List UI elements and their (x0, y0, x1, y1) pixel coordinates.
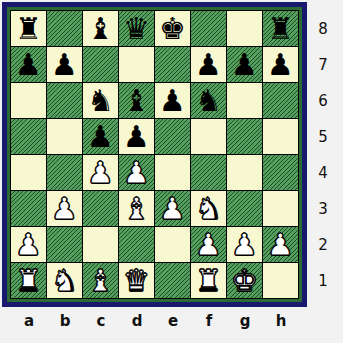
chess-board-frame: ♜♝♛♚♜♟♟♟♟♟♞♝♟♞♟♟♟♟♟♝♟♞♟♟♟♟♜♞♝♛♜♚ (2, 2, 307, 307)
square-g7[interactable]: ♟ (227, 47, 262, 82)
square-e5[interactable] (155, 119, 190, 154)
square-b8[interactable] (47, 11, 82, 46)
piece-black-king: ♚ (159, 14, 186, 44)
piece-white-pawn: ♟ (87, 158, 114, 188)
square-b7[interactable]: ♟ (47, 47, 82, 82)
square-g4[interactable] (227, 155, 262, 190)
rank-label-4: 4 (310, 155, 336, 191)
rank-label-7: 7 (310, 47, 336, 83)
square-f2[interactable]: ♟ (191, 227, 226, 262)
square-a7[interactable]: ♟ (11, 47, 46, 82)
rank-label-5: 5 (310, 119, 336, 155)
file-label-a: a (11, 312, 47, 330)
square-h5[interactable] (263, 119, 298, 154)
piece-white-pawn: ♟ (123, 158, 150, 188)
rank-label-3: 3 (310, 191, 336, 227)
square-g2[interactable]: ♟ (227, 227, 262, 262)
file-label-d: d (119, 312, 155, 330)
square-c4[interactable]: ♟ (83, 155, 118, 190)
square-d5[interactable]: ♟ (119, 119, 154, 154)
piece-white-queen: ♛ (123, 266, 150, 296)
square-b6[interactable] (47, 83, 82, 118)
square-c8[interactable]: ♝ (83, 11, 118, 46)
piece-black-bishop: ♝ (87, 14, 114, 44)
square-b5[interactable] (47, 119, 82, 154)
square-e3[interactable]: ♟ (155, 191, 190, 226)
square-a2[interactable]: ♟ (11, 227, 46, 262)
piece-black-pawn: ♟ (267, 50, 294, 80)
square-d3[interactable]: ♝ (119, 191, 154, 226)
piece-black-pawn: ♟ (195, 50, 222, 80)
square-d1[interactable]: ♛ (119, 263, 154, 298)
chess-board: ♜♝♛♚♜♟♟♟♟♟♞♝♟♞♟♟♟♟♟♝♟♞♟♟♟♟♜♞♝♛♜♚ (10, 10, 299, 299)
square-c7[interactable] (83, 47, 118, 82)
piece-black-pawn: ♟ (87, 122, 114, 152)
square-a8[interactable]: ♜ (11, 11, 46, 46)
piece-black-pawn: ♟ (51, 50, 78, 80)
piece-black-pawn: ♟ (231, 50, 258, 80)
square-b3[interactable]: ♟ (47, 191, 82, 226)
rank-label-2: 2 (310, 227, 336, 263)
square-b4[interactable] (47, 155, 82, 190)
square-f7[interactable]: ♟ (191, 47, 226, 82)
file-label-b: b (47, 312, 83, 330)
rank-label-1: 1 (310, 263, 336, 299)
square-b2[interactable] (47, 227, 82, 262)
square-c2[interactable] (83, 227, 118, 262)
piece-black-pawn: ♟ (123, 122, 150, 152)
square-e8[interactable]: ♚ (155, 11, 190, 46)
square-f6[interactable]: ♞ (191, 83, 226, 118)
piece-white-rook: ♜ (15, 266, 42, 296)
square-c5[interactable]: ♟ (83, 119, 118, 154)
square-a6[interactable] (11, 83, 46, 118)
piece-white-pawn: ♟ (267, 230, 294, 260)
square-d2[interactable] (119, 227, 154, 262)
piece-white-rook: ♜ (195, 266, 222, 296)
square-g8[interactable] (227, 11, 262, 46)
piece-black-rook: ♜ (267, 14, 294, 44)
piece-white-king: ♚ (231, 266, 258, 296)
file-label-c: c (83, 312, 119, 330)
square-g6[interactable] (227, 83, 262, 118)
piece-white-pawn: ♟ (231, 230, 258, 260)
piece-black-pawn: ♟ (15, 50, 42, 80)
square-h4[interactable] (263, 155, 298, 190)
square-g5[interactable] (227, 119, 262, 154)
piece-white-bishop: ♝ (123, 194, 150, 224)
square-f3[interactable]: ♞ (191, 191, 226, 226)
rank-label-6: 6 (310, 83, 336, 119)
square-e2[interactable] (155, 227, 190, 262)
square-c6[interactable]: ♞ (83, 83, 118, 118)
piece-white-knight: ♞ (195, 194, 222, 224)
square-b1[interactable]: ♞ (47, 263, 82, 298)
square-a4[interactable] (11, 155, 46, 190)
file-label-g: g (227, 312, 263, 330)
piece-white-pawn: ♟ (195, 230, 222, 260)
square-f5[interactable] (191, 119, 226, 154)
square-e6[interactable]: ♟ (155, 83, 190, 118)
square-h1[interactable] (263, 263, 298, 298)
piece-white-pawn: ♟ (15, 230, 42, 260)
square-a3[interactable] (11, 191, 46, 226)
piece-white-pawn: ♟ (159, 194, 186, 224)
square-h3[interactable] (263, 191, 298, 226)
square-h6[interactable] (263, 83, 298, 118)
piece-black-knight: ♞ (87, 86, 114, 116)
square-h8[interactable]: ♜ (263, 11, 298, 46)
square-e7[interactable] (155, 47, 190, 82)
square-e1[interactable] (155, 263, 190, 298)
square-f4[interactable] (191, 155, 226, 190)
square-e4[interactable] (155, 155, 190, 190)
file-label-h: h (263, 312, 299, 330)
square-c3[interactable] (83, 191, 118, 226)
chess-board-inner-frame: ♜♝♛♚♜♟♟♟♟♟♞♝♟♞♟♟♟♟♟♝♟♞♟♟♟♟♜♞♝♛♜♚ (7, 7, 302, 302)
square-a5[interactable] (11, 119, 46, 154)
piece-black-knight: ♞ (195, 86, 222, 116)
square-g3[interactable] (227, 191, 262, 226)
piece-black-rook: ♜ (15, 14, 42, 44)
file-label-e: e (155, 312, 191, 330)
rank-label-8: 8 (310, 11, 336, 47)
piece-white-pawn: ♟ (51, 194, 78, 224)
square-c1[interactable]: ♝ (83, 263, 118, 298)
rank-labels: 8 7 6 5 4 3 2 1 (310, 11, 336, 299)
square-h2[interactable]: ♟ (263, 227, 298, 262)
chess-app-window: ♜♝♛♚♜♟♟♟♟♟♞♝♟♞♟♟♟♟♟♝♟♞♟♟♟♟♜♞♝♛♜♚ a b c d… (0, 0, 343, 343)
square-d6[interactable]: ♝ (119, 83, 154, 118)
piece-white-knight: ♞ (51, 266, 78, 296)
square-d8[interactable]: ♛ (119, 11, 154, 46)
square-g1[interactable]: ♚ (227, 263, 262, 298)
square-f8[interactable] (191, 11, 226, 46)
square-d4[interactable]: ♟ (119, 155, 154, 190)
file-labels: a b c d e f g h (11, 312, 299, 330)
square-f1[interactable]: ♜ (191, 263, 226, 298)
piece-white-bishop: ♝ (87, 266, 114, 296)
square-a1[interactable]: ♜ (11, 263, 46, 298)
square-h7[interactable]: ♟ (263, 47, 298, 82)
square-d7[interactable] (119, 47, 154, 82)
piece-black-queen: ♛ (123, 14, 150, 44)
piece-black-bishop: ♝ (123, 86, 150, 116)
piece-black-pawn: ♟ (159, 86, 186, 116)
file-label-f: f (191, 312, 227, 330)
